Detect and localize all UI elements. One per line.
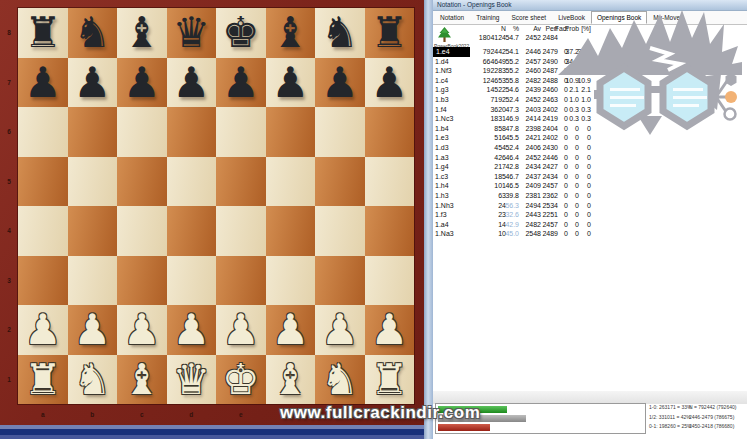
rank-label: 7 [0,58,18,108]
square-a2[interactable]: ♟ [18,305,68,355]
book-move-row[interactable]: 1.d345452.424062430000 [433,143,747,153]
square-c6[interactable] [117,107,167,157]
tab-notation[interactable]: Notation [434,11,470,24]
stat-cell: 664649 [483,57,506,67]
result-stats-text: 1-0: 263171 = 33%N = 792442 (792640)1/2:… [649,403,747,432]
book-move-row[interactable]: 1.g31452254.62439246002.12.1 [433,85,747,95]
stat-cell: 2251 [542,210,558,220]
stat-cell: 52.4 [505,143,519,153]
square-d8[interactable]: ♛ [167,8,217,58]
piece-white-pawn: ♟ [222,305,260,355]
book-move-row[interactable]: 1.c412465355.824822488010.910.9 [433,76,747,86]
column-header[interactable]: Av [533,25,541,32]
rank-label: 2 [0,305,18,355]
stat-cell: 0 [564,229,568,239]
stat-cell: 2439 [525,85,541,95]
move-label[interactable]: 1.b4 [435,124,469,134]
square-d2[interactable]: ♟ [167,305,217,355]
square-e7[interactable]: ♟ [216,58,266,108]
move-label[interactable]: 1.e4 [433,47,470,57]
column-header[interactable]: N [501,25,506,32]
stat-cell: 45.0 [505,229,519,239]
result-rating: N = 792442 (792640) [689,403,736,413]
piece-white-pawn: ♟ [172,305,210,355]
stat-cell: 0 [575,210,579,220]
move-label[interactable]: 1.c3 [435,172,469,182]
piece-white-knight: ♞ [321,355,359,405]
piece-black-queen: ♛ [172,8,210,58]
stat-cell: 3620 [490,105,506,115]
stat-cell: 46.4 [505,153,519,163]
square-c7[interactable]: ♟ [117,58,167,108]
book-move-row[interactable]: 1.g421742.824342427000 [433,162,747,172]
tab-training[interactable]: Training [470,11,505,24]
square-h8[interactable]: ♜ [365,8,415,58]
square-a8[interactable]: ♜ [18,8,68,58]
result-count: 0-1: 198260 = 25% [649,423,691,429]
book-header-row: N%AvPerfFactProb[%] [433,25,747,34]
result-count: 1-0: 263171 = 33% [649,404,691,410]
rank-label: 1 [0,355,18,405]
stat-cell: 2488 [542,76,558,86]
stat-cell: 37.2 [577,47,591,57]
piece-white-queen: ♛ [172,355,210,405]
piece-white-pawn: ♟ [321,305,359,355]
piece-black-knight: ♞ [321,8,359,58]
stat-cell: 2434 [542,172,558,182]
piece-black-pawn: ♟ [271,58,309,108]
stat-cell: 0 [564,143,568,153]
stat-cell: 0.3 [569,105,579,115]
square-f1[interactable]: ♝ [266,355,316,405]
stat-cell: 101 [494,181,506,191]
square-h7[interactable]: ♟ [365,58,415,108]
column-header[interactable]: % [513,25,519,32]
stat-cell: 858 [494,124,506,134]
stat-cell: 0 [575,201,579,211]
square-c8[interactable]: ♝ [117,8,167,58]
move-label[interactable]: 1.d3 [435,143,469,153]
piece-black-pawn: ♟ [321,58,359,108]
square-c5[interactable] [117,157,167,207]
square-d1[interactable]: ♛ [167,355,217,405]
tab-openings-book[interactable]: Openings Book [591,11,647,24]
square-d3[interactable] [167,256,217,306]
square-c4[interactable] [117,206,167,256]
square-g7[interactable]: ♟ [315,58,365,108]
stat-cell: 45.5 [505,133,519,143]
stat-cell: 0 [587,191,591,201]
square-f6[interactable] [266,107,316,157]
book-move-row[interactable]: 1.e479244254.124462479037.237.2 [433,47,747,57]
square-e2[interactable]: ♟ [216,305,266,355]
square-d4[interactable] [167,206,217,256]
stat-cell: 185 [494,172,506,182]
stat-cell: 47.8 [505,124,519,134]
stat-cell: 46.5 [505,181,519,191]
stat-cell: 2494 [525,201,541,211]
stats-line: 1-0: 263171 = 33%N = 792442 (792640) [649,403,747,413]
book-move-row[interactable]: 1.f4362047.32403240200.30.3 [433,105,747,115]
stat-cell: 2362 [542,191,558,201]
wins-bar [438,406,507,413]
stat-cell: 0 [587,162,591,172]
stat-cell: 0.3 [569,114,579,124]
square-h4[interactable] [365,206,415,256]
stat-cell: 0 [564,153,568,163]
chess-board: ♜♞♝♛♚♝♞♜♟♟♟♟♟♟♟♟♟♟♟♟♟♟♟♟♜♞♝♛♚♝♞♜ [18,8,414,404]
stat-cell: 2419 [542,114,558,124]
draws-bar [438,415,526,422]
stat-cell: 2452 [525,95,541,105]
summary-value: 2452 [525,34,541,41]
book-move-row[interactable]: 1.a41442.924822457000 [433,220,747,230]
move-label[interactable]: 1.d4 [435,57,469,67]
stat-cell: 192283 [483,66,506,76]
piece-white-pawn: ♟ [271,305,309,355]
square-b5[interactable] [68,157,118,207]
piece-white-king: ♚ [222,355,260,405]
move-label[interactable]: 1.g3 [435,85,469,95]
piece-black-pawn: ♟ [370,58,408,108]
stats-line: 0-1: 198260 = 25%2450-2418 (786680) [649,422,747,432]
piece-white-bishop: ♝ [123,355,161,405]
square-d5[interactable] [167,157,217,207]
stat-cell: 7192 [490,95,506,105]
square-b3[interactable] [68,256,118,306]
square-e5[interactable] [216,157,266,207]
move-label[interactable]: 1.h3 [435,191,469,201]
square-g8[interactable]: ♞ [315,8,365,58]
losses-bar [438,424,490,431]
stat-cell: 2452 [525,153,541,163]
result-bars-box [435,403,646,434]
stat-cell: 0 [575,153,579,163]
status-strip [433,390,747,404]
tab-my-moves[interactable]: My-Moves [647,11,689,24]
book-move-row[interactable]: 1.Nf319228355.224602487014.214.2 [433,66,747,76]
square-h2[interactable]: ♟ [365,305,415,355]
stat-cell: 454 [494,143,506,153]
summary-value: 1804124 [479,34,506,41]
stat-cell: 47.3 [505,105,519,115]
stat-cell: 2.1 [581,85,591,95]
stat-cell: 0 [575,229,579,239]
column-header[interactable]: [%] [581,25,591,32]
square-h6[interactable] [365,107,415,157]
square-f3[interactable] [266,256,316,306]
stat-cell: 2402 [542,133,558,143]
square-h5[interactable] [365,157,415,207]
stat-cell: 0 [575,162,579,172]
stat-cell: 2437 [525,172,541,182]
rank-label: 6 [0,107,18,157]
stat-cell: 217 [494,162,506,172]
stat-cell: 46.7 [505,172,519,182]
file-label: b [68,404,118,425]
piece-black-knight: ♞ [73,8,111,58]
file-label: h [365,404,415,425]
stat-cell: 32.6 [505,210,519,220]
stat-cell: 2457 [525,57,541,67]
stat-cell: 14.2 [577,66,591,76]
stat-cell: 2489 [542,229,558,239]
book-rows: 1.e479244254.124462479037.237.21.d466464… [433,47,747,239]
stat-cell: 2398 [525,124,541,134]
square-e8[interactable]: ♚ [216,8,266,58]
stat-cell: 54.1 [505,47,519,57]
piece-white-rook: ♜ [24,355,62,405]
stat-cell: 1.0 [569,95,579,105]
stat-cell: 2457 [542,220,558,230]
stat-cell: 426 [494,153,506,163]
square-g2[interactable]: ♟ [315,305,365,355]
file-label: a [18,404,68,425]
stat-cell: 10.9 [577,76,591,86]
book-move-row[interactable]: 1.d466464955.224572490034.034.0 [433,57,747,67]
square-c1[interactable]: ♝ [117,355,167,405]
stat-cell: 792442 [483,47,506,57]
piece-white-pawn: ♟ [123,305,161,355]
stat-cell: 46.9 [505,114,519,124]
stat-cell: 124653 [483,76,506,86]
move-label[interactable]: 1.h4 [435,181,469,191]
stat-cell: 2434 [525,162,541,172]
result-rating: 2446-2479 (786675) [689,413,734,423]
stat-cell: 2421 [525,133,541,143]
stat-cell: 2409 [525,181,541,191]
square-f8[interactable]: ♝ [266,8,316,58]
app-window: ♜♞♝♛♚♝♞♜♟♟♟♟♟♟♟♟♟♟♟♟♟♟♟♟♜♞♝♛♚♝♞♜ 8765432… [0,0,747,439]
rank-label: 5 [0,157,18,207]
square-c3[interactable] [117,256,167,306]
stat-cell: 516 [494,133,506,143]
piece-black-bishop: ♝ [271,8,309,58]
stat-cell: 0 [587,229,591,239]
stat-cell: 0 [564,191,568,201]
stat-cell: 2490 [542,57,558,67]
move-label[interactable]: 1.Nh3 [435,201,469,211]
book-move-row[interactable]: 1.a342646.424522446000 [433,153,747,163]
piece-black-rook: ♜ [24,8,62,58]
square-g6[interactable] [315,107,365,157]
stats-line: 1/2: 331011 = 42%2446-2479 (786675) [649,413,747,423]
stat-cell: 0 [564,210,568,220]
stat-cell: 2460 [525,66,541,76]
stat-cell: 0 [575,181,579,191]
stat-cell: 0.3 [581,105,591,115]
file-label: d [167,404,217,425]
square-b2[interactable]: ♟ [68,305,118,355]
tab-score-sheet[interactable]: Score sheet [505,11,552,24]
stat-cell: 2381 [525,191,541,201]
panel-splitter[interactable] [424,0,433,439]
book-move-row[interactable]: 1.Nc3183146.92414241900.30.3 [433,114,747,124]
stat-cell: 0 [564,124,568,134]
stat-cell: 0 [564,95,568,105]
book-move-row[interactable]: 1.b3719252.42452246301.01.0 [433,95,747,105]
column-header[interactable]: Prob [565,25,579,32]
square-e6[interactable] [216,107,266,157]
openings-book-panel: Notation - Openings Book NotationTrainin… [433,0,747,439]
stat-cell: 42.9 [505,220,519,230]
square-a4[interactable] [18,206,68,256]
stat-cell: 55.8 [505,76,519,86]
piece-black-pawn: ♟ [123,58,161,108]
stat-cell: 2427 [542,162,558,172]
move-label[interactable]: 1.f3 [435,210,469,220]
stat-cell: 54.6 [505,85,519,95]
result-rating: 2450-2418 (786680) [689,422,734,432]
stat-cell: 2548 [525,229,541,239]
square-a6[interactable] [18,107,68,157]
stat-cell: 2463 [542,95,558,105]
square-f4[interactable] [266,206,316,256]
stat-cell: 56.3 [505,201,519,211]
piece-black-pawn: ♟ [222,58,260,108]
square-b6[interactable] [68,107,118,157]
move-label[interactable]: 1.e3 [435,133,469,143]
stat-cell: 2487 [542,66,558,76]
book-move-row[interactable]: 1.h36339.823812362000 [433,191,747,201]
stat-cell: 0 [587,181,591,191]
rank-label: 3 [0,256,18,306]
square-d7[interactable]: ♟ [167,58,217,108]
stat-cell: 0 [575,172,579,182]
square-a1[interactable]: ♜ [18,355,68,405]
book-summary-row: 180412454.724522484 [433,34,747,43]
square-e3[interactable] [216,256,266,306]
square-d6[interactable] [167,107,217,157]
move-label[interactable]: 1.a4 [435,220,469,230]
move-label[interactable]: 1.Na3 [435,229,469,239]
square-g1[interactable]: ♞ [315,355,365,405]
file-label: c [117,404,167,425]
stat-cell: 2430 [542,143,558,153]
stat-cell: 2404 [542,124,558,134]
stat-cell: 39.8 [505,191,519,201]
stat-cell: 0 [587,133,591,143]
rank-label: 4 [0,206,18,256]
stat-cell: 2534 [542,201,558,211]
stat-cell: 0 [564,181,568,191]
book-move-row[interactable]: 1.b485847.823982404000 [433,124,747,134]
file-label: g [315,404,365,425]
piece-black-pawn: ♟ [73,58,111,108]
stat-cell: 34.0 [577,57,591,67]
book-move-row[interactable]: 1.Na31045.025482489000 [433,229,747,239]
tab-livebook[interactable]: LiveBook [552,11,591,24]
stat-cell: 2406 [525,143,541,153]
stat-cell: 2403 [525,105,541,115]
square-a3[interactable] [18,256,68,306]
stat-cell: 0 [575,191,579,201]
panel-title-text: Notation - Openings Book [437,1,511,8]
stat-cell: 1.0 [581,95,591,105]
stat-cell: 2482 [525,220,541,230]
piece-white-pawn: ♟ [370,305,408,355]
square-f7[interactable]: ♟ [266,58,316,108]
piece-white-rook: ♜ [370,355,408,405]
move-label[interactable]: 1.f4 [435,105,469,115]
square-a5[interactable] [18,157,68,207]
stat-cell: 0 [575,220,579,230]
stat-cell: 14522 [487,85,506,95]
square-f2[interactable]: ♟ [266,305,316,355]
piece-black-pawn: ♟ [24,58,62,108]
stat-cell: 0 [564,105,568,115]
square-b8[interactable]: ♞ [68,8,118,58]
square-g5[interactable] [315,157,365,207]
square-a7[interactable]: ♟ [18,58,68,108]
stat-cell: 2402 [542,105,558,115]
stat-cell: 55.2 [505,57,519,67]
stat-cell: 0 [587,143,591,153]
move-label[interactable]: 1.g4 [435,162,469,172]
square-b1[interactable]: ♞ [68,355,118,405]
file-label: e [216,404,266,425]
stat-cell: 2460 [542,85,558,95]
stat-cell: 0 [564,220,568,230]
book-move-row[interactable]: 1.Nh32456.324942534000 [433,201,747,211]
move-label[interactable]: 1.a3 [435,153,469,163]
stat-cell: 0 [587,210,591,220]
stat-cell: 2457 [542,181,558,191]
stat-cell: 0 [587,153,591,163]
square-h1[interactable]: ♜ [365,355,415,405]
summary-value: 54.7 [505,34,519,41]
chess-board-panel: ♜♞♝♛♚♝♞♜♟♟♟♟♟♟♟♟♟♟♟♟♟♟♟♟♜♞♝♛♚♝♞♜ 8765432… [0,0,424,425]
stat-cell: 0 [575,124,579,134]
book-move-row[interactable]: 1.e351645.524212402000 [433,133,747,143]
stat-cell: 52.4 [505,95,519,105]
piece-white-knight: ♞ [73,355,111,405]
stat-cell: 0 [564,114,568,124]
move-label[interactable]: 1.Nf3 [435,66,469,76]
move-label[interactable]: 1.b3 [435,95,469,105]
stat-cell: 0 [587,220,591,230]
square-g3[interactable] [315,256,365,306]
square-g4[interactable] [315,206,365,256]
stat-cell: 0 [587,172,591,182]
piece-white-bishop: ♝ [271,355,309,405]
square-b4[interactable] [68,206,118,256]
square-e1[interactable]: ♚ [216,355,266,405]
stat-cell: 55.2 [505,66,519,76]
stat-cell: 2443 [525,210,541,220]
move-label[interactable]: 1.Nc3 [435,114,469,124]
book-move-row[interactable]: 1.f32332.624432251000 [433,210,747,220]
summary-value: 2484 [542,34,558,41]
stat-cell: 2414 [525,114,541,124]
square-c2[interactable]: ♟ [117,305,167,355]
square-e4[interactable] [216,206,266,256]
piece-black-pawn: ♟ [172,58,210,108]
square-f5[interactable] [266,157,316,207]
square-h3[interactable] [365,256,415,306]
piece-black-bishop: ♝ [123,8,161,58]
result-count: 1/2: 331011 = 42% [649,414,691,420]
panel-title: Notation - Openings Book [433,0,747,11]
book-move-row[interactable]: 1.h410146.524092457000 [433,181,747,191]
move-label[interactable]: 1.c4 [435,76,469,86]
piece-black-rook: ♜ [370,8,408,58]
tab-bar: NotationTrainingScore sheetLiveBookOpeni… [433,11,747,25]
book-move-row[interactable]: 1.c318546.724372434000 [433,172,747,182]
stat-cell: 0 [564,133,568,143]
square-b7[interactable]: ♟ [68,58,118,108]
stat-cell: 0.3 [581,114,591,124]
